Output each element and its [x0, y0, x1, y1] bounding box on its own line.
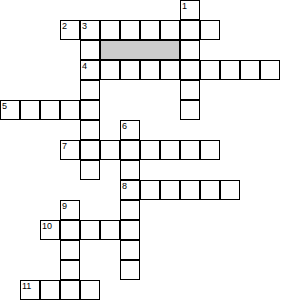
cell-r1c5[interactable]: [100, 20, 120, 40]
cell-r7c9[interactable]: [180, 140, 200, 160]
cell-r1c6[interactable]: [120, 20, 140, 40]
cell-r9c9[interactable]: [180, 180, 200, 200]
crossword-board: 1234567891011: [0, 0, 281, 301]
cell-r9c10[interactable]: [200, 180, 220, 200]
cell-r12c6[interactable]: [120, 240, 140, 260]
cell-r1c7[interactable]: [140, 20, 160, 40]
cell-r11c4[interactable]: [80, 220, 100, 240]
cell-r7c5[interactable]: [100, 140, 120, 160]
cell-r2c9[interactable]: [180, 40, 200, 60]
cell-r9c8[interactable]: [160, 180, 180, 200]
cell-r4c9[interactable]: [180, 80, 200, 100]
cell-r3c11[interactable]: [220, 60, 240, 80]
clue-number-2: 2: [62, 22, 67, 31]
clue-number-5: 5: [2, 102, 7, 111]
cell-r9c7[interactable]: [140, 180, 160, 200]
cell-r11c5[interactable]: [100, 220, 120, 240]
cell-r1c10[interactable]: [200, 20, 220, 40]
cell-r8c6[interactable]: [120, 160, 140, 180]
clue-number-1: 1: [182, 2, 187, 11]
clue-number-8: 8: [122, 182, 127, 191]
cell-r3c9[interactable]: [180, 60, 200, 80]
cell-r7c6[interactable]: [120, 140, 140, 160]
cell-r1c8[interactable]: [160, 20, 180, 40]
crossword-page: 1234567891011: [0, 0, 281, 301]
cell-r14c3[interactable]: [60, 280, 80, 300]
cell-r6c4[interactable]: [80, 120, 100, 140]
cell-r7c10[interactable]: [200, 140, 220, 160]
cell-r3c12[interactable]: [240, 60, 260, 80]
cell-r10c6[interactable]: [120, 200, 140, 220]
cell-r7c4[interactable]: [80, 140, 100, 160]
cell-r11c3[interactable]: [60, 220, 80, 240]
cell-r3c8[interactable]: [160, 60, 180, 80]
cell-r13c3[interactable]: [60, 260, 80, 280]
clue-number-3: 3: [82, 22, 87, 31]
clue-number-9: 9: [62, 202, 67, 211]
cell-r5c1[interactable]: [20, 100, 40, 120]
clue-number-10: 10: [42, 222, 52, 231]
cell-r3c7[interactable]: [140, 60, 160, 80]
cell-r2c4[interactable]: [80, 40, 100, 60]
cell-r5c9[interactable]: [180, 100, 200, 120]
cell-r7c7[interactable]: [140, 140, 160, 160]
cell-r5c3[interactable]: [60, 100, 80, 120]
clue-number-11: 11: [22, 282, 31, 291]
cell-r3c10[interactable]: [200, 60, 220, 80]
shaded-block: [100, 40, 180, 60]
cell-r13c6[interactable]: [120, 260, 140, 280]
cell-r3c5[interactable]: [100, 60, 120, 80]
cell-r9c11[interactable]: [220, 180, 240, 200]
cell-r7c8[interactable]: [160, 140, 180, 160]
cell-r14c4[interactable]: [80, 280, 100, 300]
cell-r3c13[interactable]: [260, 60, 280, 80]
cell-r1c9[interactable]: [180, 20, 200, 40]
clue-number-7: 7: [62, 142, 67, 151]
cell-r12c3[interactable]: [60, 240, 80, 260]
cell-r14c2[interactable]: [40, 280, 60, 300]
cell-r5c2[interactable]: [40, 100, 60, 120]
cell-r8c4[interactable]: [80, 160, 100, 180]
clue-number-6: 6: [122, 122, 127, 131]
clue-number-4: 4: [82, 62, 87, 71]
cell-r11c6[interactable]: [120, 220, 140, 240]
cell-r4c4[interactable]: [80, 80, 100, 100]
cell-r3c6[interactable]: [120, 60, 140, 80]
cell-r5c4[interactable]: [80, 100, 100, 120]
